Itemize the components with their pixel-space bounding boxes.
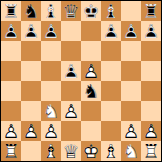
- pawn-glyph-outline: ♙: [61, 61, 81, 81]
- knight-glyph-outline: ♘: [21, 1, 41, 21]
- square-e7[interactable]: [81, 21, 101, 41]
- square-a3[interactable]: [1, 101, 21, 121]
- bishop-glyph-outline: ♗: [41, 141, 61, 161]
- bishop-glyph-outline: ♗: [41, 1, 61, 21]
- piece-white-pawn[interactable]: ♟♙: [61, 101, 81, 121]
- square-b8[interactable]: ♞♘: [21, 1, 41, 21]
- square-f4[interactable]: [101, 81, 121, 101]
- bishop-glyph-outline: ♗: [101, 141, 121, 161]
- piece-white-pawn[interactable]: ♟♙: [121, 121, 141, 141]
- square-d2[interactable]: [61, 121, 81, 141]
- king-glyph-outline: ♔: [81, 1, 101, 21]
- pawn-glyph-outline: ♙: [41, 21, 61, 41]
- piece-black-queen[interactable]: ♛♕: [61, 1, 81, 21]
- piece-black-pawn[interactable]: ♟♙: [41, 21, 61, 41]
- square-e8[interactable]: ♚♔: [81, 1, 101, 21]
- queen-glyph-outline: ♕: [61, 1, 81, 21]
- pawn-glyph-outline: ♙: [21, 21, 41, 41]
- square-b6[interactable]: [21, 41, 41, 61]
- square-f6[interactable]: [101, 41, 121, 61]
- square-a7[interactable]: ♟♙: [1, 21, 21, 41]
- square-e1[interactable]: ♚♔: [81, 141, 101, 161]
- square-f8[interactable]: ♝♗: [101, 1, 121, 21]
- square-d6[interactable]: [61, 41, 81, 61]
- piece-black-pawn[interactable]: ♟♙: [101, 21, 121, 41]
- square-c5[interactable]: [41, 61, 61, 81]
- square-g5[interactable]: [121, 61, 141, 81]
- square-e4[interactable]: ♞♘: [81, 81, 101, 101]
- piece-black-knight[interactable]: ♞♘: [21, 1, 41, 21]
- square-h4[interactable]: [141, 81, 161, 101]
- square-h2[interactable]: ♟♙: [141, 121, 161, 141]
- square-b1[interactable]: [21, 141, 41, 161]
- square-g8[interactable]: [121, 1, 141, 21]
- square-c6[interactable]: [41, 41, 61, 61]
- piece-white-bishop[interactable]: ♝♗: [41, 141, 61, 161]
- piece-black-rook[interactable]: ♜♖: [141, 1, 161, 21]
- square-b5[interactable]: [21, 61, 41, 81]
- square-a1[interactable]: ♜♖: [1, 141, 21, 161]
- bishop-glyph-outline: ♗: [101, 1, 121, 21]
- square-e6[interactable]: [81, 41, 101, 61]
- pawn-glyph-outline: ♙: [141, 21, 161, 41]
- square-c1[interactable]: ♝♗: [41, 141, 61, 161]
- piece-black-bishop[interactable]: ♝♗: [101, 1, 121, 21]
- piece-black-pawn[interactable]: ♟♙: [141, 21, 161, 41]
- piece-black-pawn[interactable]: ♟♙: [21, 21, 41, 41]
- piece-black-rook[interactable]: ♜♖: [1, 1, 21, 21]
- square-e2[interactable]: [81, 121, 101, 141]
- square-f2[interactable]: [101, 121, 121, 141]
- queen-glyph-outline: ♕: [61, 141, 81, 161]
- square-a5[interactable]: [1, 61, 21, 81]
- knight-glyph-outline: ♘: [121, 141, 141, 161]
- pawn-glyph-outline: ♙: [41, 121, 61, 141]
- square-c7[interactable]: ♟♙: [41, 21, 61, 41]
- pawn-glyph-outline: ♙: [81, 61, 101, 81]
- rook-glyph-outline: ♖: [1, 141, 21, 161]
- piece-black-pawn[interactable]: ♟♙: [61, 61, 81, 81]
- square-e3[interactable]: [81, 101, 101, 121]
- square-h7[interactable]: ♟♙: [141, 21, 161, 41]
- square-d5[interactable]: ♟♙: [61, 61, 81, 81]
- rook-glyph-outline: ♖: [141, 141, 161, 161]
- square-c3[interactable]: ♞♘: [41, 101, 61, 121]
- square-a4[interactable]: [1, 81, 21, 101]
- piece-white-pawn[interactable]: ♟♙: [81, 61, 101, 81]
- square-h6[interactable]: [141, 41, 161, 61]
- square-f5[interactable]: [101, 61, 121, 81]
- chess-board: ♜♖♞♘♝♗♛♕♚♔♝♗♜♖♟♙♟♙♟♙♟♙♟♙♟♙♟♙♟♙♞♘♞♘♟♙♟♙♟♙…: [0, 0, 162, 162]
- square-d7[interactable]: [61, 21, 81, 41]
- square-g3[interactable]: [121, 101, 141, 121]
- piece-white-knight[interactable]: ♞♘: [121, 141, 141, 161]
- piece-white-bishop[interactable]: ♝♗: [101, 141, 121, 161]
- square-a8[interactable]: ♜♖: [1, 1, 21, 21]
- pawn-glyph-outline: ♙: [21, 121, 41, 141]
- square-f3[interactable]: [101, 101, 121, 121]
- piece-white-rook[interactable]: ♜♖: [141, 141, 161, 161]
- square-d1[interactable]: ♛♕: [61, 141, 81, 161]
- piece-white-rook[interactable]: ♜♖: [1, 141, 21, 161]
- piece-white-pawn[interactable]: ♟♙: [41, 121, 61, 141]
- square-a2[interactable]: ♟♙: [1, 121, 21, 141]
- square-d8[interactable]: ♛♕: [61, 1, 81, 21]
- square-g2[interactable]: ♟♙: [121, 121, 141, 141]
- square-g7[interactable]: ♟♙: [121, 21, 141, 41]
- king-glyph-outline: ♔: [81, 141, 101, 161]
- square-g1[interactable]: ♞♘: [121, 141, 141, 161]
- pawn-glyph-outline: ♙: [101, 21, 121, 41]
- pawn-glyph-outline: ♙: [121, 121, 141, 141]
- square-g6[interactable]: [121, 41, 141, 61]
- rook-glyph-outline: ♖: [141, 1, 161, 21]
- square-b4[interactable]: [21, 81, 41, 101]
- square-f7[interactable]: ♟♙: [101, 21, 121, 41]
- piece-black-knight[interactable]: ♞♘: [81, 81, 101, 101]
- square-d3[interactable]: ♟♙: [61, 101, 81, 121]
- square-d4[interactable]: [61, 81, 81, 101]
- square-c2[interactable]: ♟♙: [41, 121, 61, 141]
- pawn-glyph-outline: ♙: [141, 121, 161, 141]
- piece-white-pawn[interactable]: ♟♙: [141, 121, 161, 141]
- square-h5[interactable]: [141, 61, 161, 81]
- piece-white-knight[interactable]: ♞♘: [41, 101, 61, 121]
- piece-white-pawn[interactable]: ♟♙: [1, 121, 21, 141]
- piece-black-pawn[interactable]: ♟♙: [121, 21, 141, 41]
- piece-black-pawn[interactable]: ♟♙: [1, 21, 21, 41]
- piece-white-pawn[interactable]: ♟♙: [21, 121, 41, 141]
- square-h3[interactable]: [141, 101, 161, 121]
- square-b2[interactable]: ♟♙: [21, 121, 41, 141]
- square-c8[interactable]: ♝♗: [41, 1, 61, 21]
- piece-white-king[interactable]: ♚♔: [81, 141, 101, 161]
- square-c4[interactable]: [41, 81, 61, 101]
- square-h8[interactable]: ♜♖: [141, 1, 161, 21]
- piece-white-queen[interactable]: ♛♕: [61, 141, 81, 161]
- knight-glyph-outline: ♘: [81, 81, 101, 101]
- piece-black-bishop[interactable]: ♝♗: [41, 1, 61, 21]
- pawn-glyph-outline: ♙: [61, 101, 81, 121]
- pawn-glyph-outline: ♙: [1, 121, 21, 141]
- square-g4[interactable]: [121, 81, 141, 101]
- piece-black-king[interactable]: ♚♔: [81, 1, 101, 21]
- square-f1[interactable]: ♝♗: [101, 141, 121, 161]
- rook-glyph-outline: ♖: [1, 1, 21, 21]
- square-a6[interactable]: [1, 41, 21, 61]
- knight-glyph-outline: ♘: [41, 101, 61, 121]
- pawn-glyph-outline: ♙: [1, 21, 21, 41]
- square-b7[interactable]: ♟♙: [21, 21, 41, 41]
- pawn-glyph-outline: ♙: [121, 21, 141, 41]
- square-h1[interactable]: ♜♖: [141, 141, 161, 161]
- square-b3[interactable]: [21, 101, 41, 121]
- square-e5[interactable]: ♟♙: [81, 61, 101, 81]
